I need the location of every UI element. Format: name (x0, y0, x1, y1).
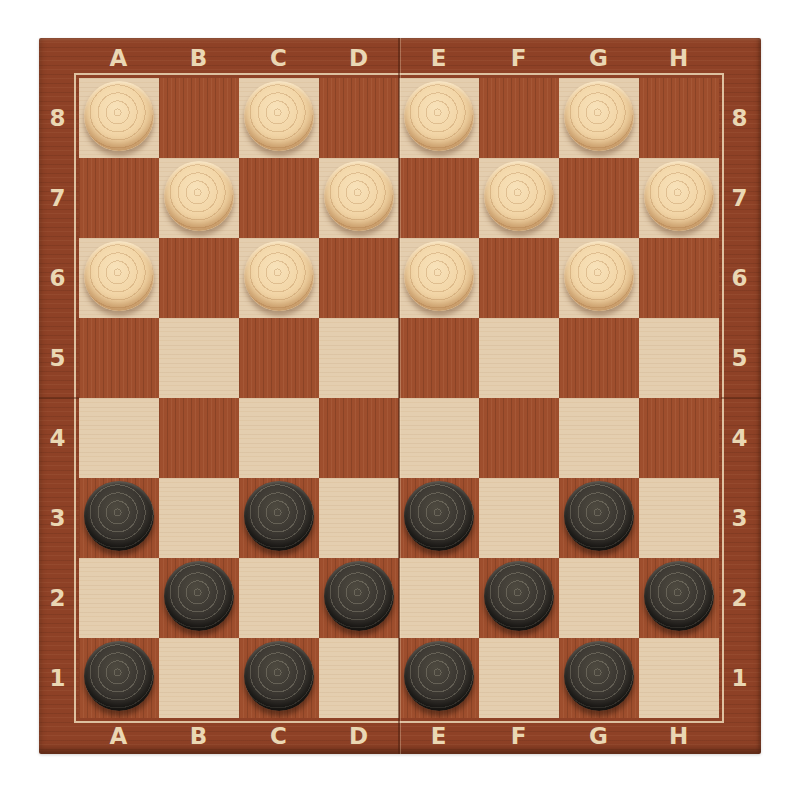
square-g3[interactable] (559, 478, 639, 558)
square-f5[interactable] (479, 318, 559, 398)
square-c3[interactable] (239, 478, 319, 558)
file-label-top-g: G (559, 38, 639, 78)
square-b8[interactable] (159, 78, 239, 158)
square-g1[interactable] (559, 638, 639, 718)
file-labels-top: ABCDEFGH (79, 38, 719, 78)
square-c5[interactable] (239, 318, 319, 398)
file-label-bottom-c: C (239, 718, 319, 754)
rank-label-right-7: 7 (719, 158, 761, 238)
file-label-top-e: E (399, 38, 479, 78)
square-e4[interactable] (399, 398, 479, 478)
square-h7[interactable] (639, 158, 719, 238)
square-g7[interactable] (559, 158, 639, 238)
square-h3[interactable] (639, 478, 719, 558)
board-grid (79, 78, 719, 718)
square-h5[interactable] (639, 318, 719, 398)
square-a6[interactable] (79, 238, 159, 318)
square-b4[interactable] (159, 398, 239, 478)
file-label-top-b: B (159, 38, 239, 78)
rank-label-left-2: 2 (39, 558, 77, 638)
file-label-bottom-f: F (479, 718, 559, 754)
file-label-top-d: D (319, 38, 399, 78)
piece-light-c8[interactable] (244, 81, 314, 151)
square-b1[interactable] (159, 638, 239, 718)
square-e2[interactable] (399, 558, 479, 638)
square-d2[interactable] (319, 558, 399, 638)
square-g5[interactable] (559, 318, 639, 398)
piece-dark-e1[interactable] (404, 641, 474, 711)
square-f7[interactable] (479, 158, 559, 238)
piece-light-a6[interactable] (84, 241, 154, 311)
square-h6[interactable] (639, 238, 719, 318)
file-label-top-c: C (239, 38, 319, 78)
square-e5[interactable] (399, 318, 479, 398)
square-c8[interactable] (239, 78, 319, 158)
square-a5[interactable] (79, 318, 159, 398)
square-h2[interactable] (639, 558, 719, 638)
square-c7[interactable] (239, 158, 319, 238)
rank-label-right-4: 4 (719, 398, 761, 478)
square-a3[interactable] (79, 478, 159, 558)
square-h1[interactable] (639, 638, 719, 718)
page-background: { "game": "checkers (draughts)", "board"… (0, 0, 800, 800)
file-label-bottom-g: G (559, 718, 639, 754)
file-label-top-a: A (79, 38, 159, 78)
square-b5[interactable] (159, 318, 239, 398)
square-f6[interactable] (479, 238, 559, 318)
square-g6[interactable] (559, 238, 639, 318)
square-a2[interactable] (79, 558, 159, 638)
rank-label-right-6: 6 (719, 238, 761, 318)
square-a8[interactable] (79, 78, 159, 158)
piece-light-d7[interactable] (324, 161, 394, 231)
piece-dark-h2[interactable] (644, 561, 714, 631)
piece-light-h7[interactable] (644, 161, 714, 231)
piece-dark-c1[interactable] (244, 641, 314, 711)
piece-dark-c3[interactable] (244, 481, 314, 551)
square-g2[interactable] (559, 558, 639, 638)
square-a4[interactable] (79, 398, 159, 478)
square-d4[interactable] (319, 398, 399, 478)
square-f2[interactable] (479, 558, 559, 638)
square-h4[interactable] (639, 398, 719, 478)
square-f1[interactable] (479, 638, 559, 718)
square-b7[interactable] (159, 158, 239, 238)
square-e1[interactable] (399, 638, 479, 718)
square-d1[interactable] (319, 638, 399, 718)
rank-label-right-5: 5 (719, 318, 761, 398)
checkers-board: ABCDEFGH ABCDEFGH 87654321 87654321 (39, 38, 761, 754)
rank-label-left-5: 5 (39, 318, 77, 398)
square-d3[interactable] (319, 478, 399, 558)
rank-label-left-7: 7 (39, 158, 77, 238)
piece-light-e6[interactable] (404, 241, 474, 311)
piece-dark-f2[interactable] (484, 561, 554, 631)
square-c4[interactable] (239, 398, 319, 478)
square-e3[interactable] (399, 478, 479, 558)
rank-label-right-2: 2 (719, 558, 761, 638)
rank-label-right-3: 3 (719, 478, 761, 558)
file-label-top-h: H (639, 38, 719, 78)
rank-label-left-8: 8 (39, 78, 77, 158)
square-b2[interactable] (159, 558, 239, 638)
board-joint-left (39, 397, 79, 399)
piece-light-b7[interactable] (164, 161, 234, 231)
piece-dark-g1[interactable] (564, 641, 634, 711)
square-a7[interactable] (79, 158, 159, 238)
square-f3[interactable] (479, 478, 559, 558)
square-f8[interactable] (479, 78, 559, 158)
piece-dark-b2[interactable] (164, 561, 234, 631)
piece-dark-a1[interactable] (84, 641, 154, 711)
square-a1[interactable] (79, 638, 159, 718)
piece-dark-e3[interactable] (404, 481, 474, 551)
rank-label-right-1: 1 (719, 638, 761, 718)
piece-dark-a3[interactable] (84, 481, 154, 551)
piece-dark-d2[interactable] (324, 561, 394, 631)
file-label-bottom-e: E (399, 718, 479, 754)
rank-label-right-8: 8 (719, 78, 761, 158)
square-d8[interactable] (319, 78, 399, 158)
rank-label-left-6: 6 (39, 238, 77, 318)
square-f4[interactable] (479, 398, 559, 478)
piece-dark-g3[interactable] (564, 481, 634, 551)
rank-labels-left: 87654321 (39, 78, 77, 718)
file-labels-bottom: ABCDEFGH (79, 718, 719, 754)
square-b3[interactable] (159, 478, 239, 558)
square-h8[interactable] (639, 78, 719, 158)
square-e7[interactable] (399, 158, 479, 238)
piece-light-a8[interactable] (84, 81, 154, 151)
square-e8[interactable] (399, 78, 479, 158)
file-label-bottom-a: A (79, 718, 159, 754)
file-label-bottom-d: D (319, 718, 399, 754)
square-c6[interactable] (239, 238, 319, 318)
square-c1[interactable] (239, 638, 319, 718)
piece-light-f7[interactable] (484, 161, 554, 231)
square-g4[interactable] (559, 398, 639, 478)
rank-label-left-4: 4 (39, 398, 77, 478)
piece-light-e8[interactable] (404, 81, 474, 151)
piece-light-g6[interactable] (564, 241, 634, 311)
square-b6[interactable] (159, 238, 239, 318)
piece-light-g8[interactable] (564, 81, 634, 151)
square-d6[interactable] (319, 238, 399, 318)
rank-label-left-1: 1 (39, 638, 77, 718)
rank-labels-right: 87654321 (719, 78, 761, 718)
square-d7[interactable] (319, 158, 399, 238)
square-d5[interactable] (319, 318, 399, 398)
file-label-bottom-h: H (639, 718, 719, 754)
file-label-bottom-b: B (159, 718, 239, 754)
piece-light-c6[interactable] (244, 241, 314, 311)
square-c2[interactable] (239, 558, 319, 638)
rank-label-left-3: 3 (39, 478, 77, 558)
square-e6[interactable] (399, 238, 479, 318)
file-label-top-f: F (479, 38, 559, 78)
board-joint-right (721, 397, 761, 399)
square-g8[interactable] (559, 78, 639, 158)
